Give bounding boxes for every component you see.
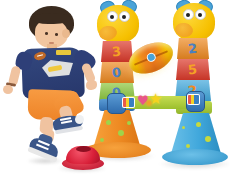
heart-icon: ♥ bbox=[137, 94, 149, 107]
cone-dot bbox=[106, 120, 111, 125]
shirt-text-patch bbox=[56, 50, 71, 55]
boy-eye-left bbox=[45, 32, 48, 35]
giraffe-eye-icon bbox=[107, 11, 118, 22]
boy-eye-right bbox=[55, 33, 58, 36]
product-photo: 3 0 0 2 5 2 bbox=[0, 0, 230, 175]
stacking-cup: 5 bbox=[176, 59, 210, 80]
giraffe-eye-icon bbox=[183, 9, 194, 20]
right-base-skirt bbox=[162, 149, 228, 165]
boy-ear bbox=[62, 29, 70, 38]
cone-dot bbox=[118, 130, 124, 136]
cone-dot bbox=[205, 136, 211, 142]
cup-number: 5 bbox=[188, 63, 198, 77]
giraffe-eye-icon bbox=[195, 9, 206, 20]
crossbar-sticker bbox=[187, 94, 200, 105]
cone-dot bbox=[127, 121, 131, 125]
tee-opening bbox=[76, 146, 91, 152]
cup-number: 0 bbox=[112, 66, 122, 80]
boy-hand-right bbox=[86, 80, 97, 90]
shoe-toe-cap bbox=[75, 115, 84, 124]
cone-dot bbox=[182, 126, 185, 129]
boy-hand-left bbox=[3, 85, 13, 94]
boy-fringe bbox=[33, 13, 71, 24]
cone-dot bbox=[196, 122, 201, 127]
cone-dot bbox=[186, 144, 190, 148]
cone-dot bbox=[100, 138, 104, 142]
cup-number: 3 bbox=[112, 45, 122, 59]
crossbar-sticker bbox=[122, 97, 135, 108]
cup-number: 2 bbox=[188, 42, 198, 56]
stacking-cup: 2 bbox=[177, 38, 209, 59]
star-icon: ★ bbox=[149, 92, 162, 107]
giraffe-eye-icon bbox=[119, 11, 130, 22]
